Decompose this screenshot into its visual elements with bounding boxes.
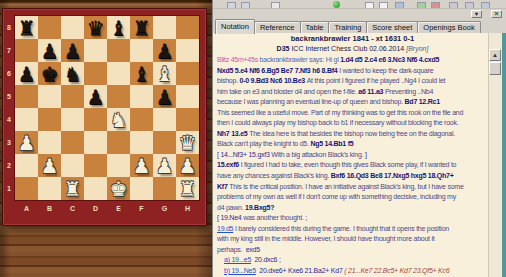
notation-line: Nh7 13.e5 The idea here is that besides … bbox=[217, 129, 488, 140]
black-rook: ♜ bbox=[130, 16, 153, 39]
notation-move[interactable]: ] bbox=[365, 151, 367, 158]
notation-line: have any chances against Black's king. B… bbox=[217, 171, 488, 182]
rank-label-1: 1 bbox=[3, 177, 15, 200]
toolbar-icon-fragment[interactable] bbox=[241, 2, 250, 9]
square-c6[interactable]: ♞ bbox=[61, 62, 84, 85]
notation-move[interactable]: ; bbox=[305, 214, 307, 221]
notation-line: Black can't play the knight to d5. Ng5 1… bbox=[217, 139, 488, 150]
notation-line: Blitz 45m+45s backrankbrawler says: Hi g… bbox=[217, 55, 488, 66]
variation-link[interactable]: a) 19...e5 bbox=[224, 256, 251, 263]
notation-text: This seemed like a useful move. Part of … bbox=[217, 109, 463, 116]
notation-text: bishop. bbox=[217, 77, 240, 84]
notation-move[interactable]: Ng5 14.Bb1 f5 bbox=[310, 140, 353, 147]
toolbar-icon-fragment[interactable] bbox=[431, 2, 440, 9]
notation-move[interactable]: 15.exf6 bbox=[217, 161, 241, 168]
engine-status-icon[interactable] bbox=[333, 1, 340, 8]
notation-move[interactable]: 0-0 9.Bd3 Nc6 10.Be3 bbox=[240, 77, 307, 84]
notation-content: backrankbrawler 1841 - xt 1631 0-1 D35 I… bbox=[213, 33, 506, 277]
square-d2[interactable] bbox=[84, 154, 107, 177]
toolbar-icon-fragment[interactable] bbox=[417, 2, 426, 9]
square-b3[interactable] bbox=[38, 131, 61, 154]
variation-link[interactable]: 19.d5 bbox=[217, 225, 233, 232]
black-pawn: ♟ bbox=[153, 85, 176, 108]
notation-line: b) 19...Ne5 20.dxe6+ Kxe6 21.Ba2+ Kd7 ( … bbox=[217, 266, 488, 277]
toolbar-icon-fragment[interactable] bbox=[481, 2, 490, 9]
square-a8[interactable]: ♜ bbox=[15, 16, 38, 39]
square-f3[interactable] bbox=[130, 131, 153, 154]
square-f1[interactable] bbox=[130, 177, 153, 200]
square-e4[interactable]: ♞ bbox=[107, 108, 130, 131]
notation-line: because I was planning an eventual line-… bbox=[217, 97, 488, 108]
black-rook: ♜ bbox=[15, 16, 38, 39]
chess-board: 87654321 ♜♛♝♜♟♟♟♟♚♞♝♝♟♟♞♟♛♟♟♟♟♜♚♜ ABCDEF… bbox=[3, 9, 206, 225]
notation-panel: ▼ ✕ NotationReferenceTableTrainingScore … bbox=[212, 0, 506, 277]
notation-line: perhaps. exd5 bbox=[217, 245, 488, 256]
square-a7[interactable] bbox=[15, 39, 38, 62]
notation-line: [ 14...Nf3+ 15.gxf3 With a big attackon … bbox=[217, 150, 488, 161]
square-b4[interactable] bbox=[38, 108, 61, 131]
notation-text: At this point I figured if he played ..N… bbox=[307, 77, 446, 84]
square-g1[interactable] bbox=[153, 177, 176, 200]
notation-move[interactable]: 20.dxc6 ; bbox=[251, 256, 281, 263]
toolbar-icon-fragment[interactable] bbox=[227, 2, 236, 9]
notation-text: with my king still in the middle. Howeve… bbox=[217, 235, 434, 242]
square-f5[interactable] bbox=[130, 85, 153, 108]
notation-text: Blitz 45m+45s bbox=[217, 56, 260, 63]
file-label-h: H bbox=[176, 200, 199, 218]
notation-text: then I could always play my bishop back … bbox=[217, 119, 458, 126]
square-e8[interactable]: ♝ bbox=[107, 16, 130, 39]
notation-move[interactable]: Bxf6 16.Qd3 Be8 17.Nxg5 hxg5 18.Qh7+ bbox=[331, 172, 454, 179]
file-label-a: A bbox=[15, 200, 38, 218]
black-bishop: ♝ bbox=[130, 62, 153, 85]
white-rook: ♜ bbox=[176, 177, 199, 200]
white-king: ♚ bbox=[107, 177, 130, 200]
notation-text: Black can't play the knight to d5. bbox=[217, 140, 310, 147]
square-e3[interactable] bbox=[107, 131, 130, 154]
notation-move[interactable]: 19.Bxg5? bbox=[245, 204, 274, 211]
square-g3[interactable] bbox=[153, 131, 176, 154]
notation-text: was another thought. bbox=[243, 214, 305, 221]
square-h6[interactable] bbox=[176, 62, 199, 85]
scrollbar-thumb[interactable] bbox=[489, 62, 501, 75]
square-b6[interactable]: ♚ bbox=[38, 62, 61, 85]
square-f4[interactable] bbox=[130, 108, 153, 131]
notation-move[interactable]: 1.d4 d5 2.c4 e6 3.Nc3 Nf6 4.cxd5 bbox=[340, 56, 439, 63]
square-c3[interactable] bbox=[61, 131, 84, 154]
notation-line: with my king still in the middle. Howeve… bbox=[217, 234, 488, 245]
square-f8[interactable]: ♜ bbox=[130, 16, 153, 39]
notation-line: 15.exf6 I figured I had to take, even th… bbox=[217, 160, 488, 171]
square-a5[interactable] bbox=[15, 85, 38, 108]
square-f7[interactable] bbox=[130, 39, 153, 62]
notation-text-area: backrankbrawler 1841 - xt 1631 0-1 D35 I… bbox=[217, 34, 488, 277]
notation-body: Blitz 45m+45s backrankbrawler says: Hi g… bbox=[217, 55, 488, 277]
square-e7[interactable] bbox=[107, 39, 130, 62]
file-label-b: B bbox=[38, 200, 61, 218]
file-label-e: E bbox=[107, 200, 130, 218]
square-a6[interactable]: ♟ bbox=[15, 62, 38, 85]
square-h7[interactable] bbox=[176, 39, 199, 62]
square-c4[interactable] bbox=[61, 108, 84, 131]
square-c8[interactable] bbox=[61, 16, 84, 39]
close-icon[interactable]: ✕ bbox=[491, 10, 502, 18]
rank-label-7: 7 bbox=[3, 39, 15, 62]
notation-line: problems of my own as well if I don't co… bbox=[217, 192, 488, 203]
notation-move[interactable]: exd5 bbox=[246, 246, 260, 253]
toolbar-icon-fragment[interactable] bbox=[449, 2, 458, 9]
white-bishop: ♝ bbox=[153, 62, 176, 85]
black-pawn: ♟ bbox=[153, 39, 176, 62]
rank-label-5: 5 bbox=[3, 85, 15, 108]
scroll-up-button[interactable]: ▲ bbox=[489, 49, 501, 61]
square-b1[interactable] bbox=[38, 177, 61, 200]
square-f2[interactable]: ♟ bbox=[130, 154, 153, 177]
rank-label-2: 2 bbox=[3, 154, 15, 177]
pane-titlebar: ▼ ✕ bbox=[213, 9, 506, 19]
notation-text: problems of my own as well if I don't co… bbox=[217, 193, 456, 200]
square-b7[interactable]: ♟ bbox=[38, 39, 61, 62]
square-e6[interactable] bbox=[107, 62, 130, 85]
square-h8[interactable] bbox=[176, 16, 199, 39]
notation-line: bishop. 0-0 9.Bd3 Nc6 10.Be3 At this poi… bbox=[217, 76, 488, 87]
annotator: [Bryon] bbox=[406, 45, 428, 52]
square-c1[interactable]: ♜ bbox=[61, 177, 84, 200]
notation-text: Preventing ..Nb4 bbox=[385, 88, 433, 95]
square-h4[interactable] bbox=[176, 108, 199, 131]
square-c5[interactable] bbox=[61, 85, 84, 108]
toolbar-icon-fragment[interactable] bbox=[465, 2, 474, 9]
square-d4[interactable] bbox=[84, 108, 107, 131]
notation-move[interactable]: Bd7 12.Rc1 bbox=[405, 98, 440, 105]
notation-text: have any chances against Black's king. bbox=[217, 172, 331, 179]
white-knight: ♞ bbox=[107, 108, 130, 131]
notation-text: I barely considered this during the game… bbox=[233, 225, 449, 232]
rank-label-6: 6 bbox=[3, 62, 15, 85]
square-b5[interactable] bbox=[38, 85, 61, 108]
notation-text: backrankbrawler says: Hi gl bbox=[260, 56, 341, 63]
notation-move[interactable]: Nxd5 5.e4 Nf6 6.Bg5 Be7 7.Nf3 h6 8.Bf4 bbox=[217, 67, 339, 74]
black-pawn: ♟ bbox=[38, 39, 61, 62]
black-knight: ♞ bbox=[61, 62, 84, 85]
white-pawn: ♟ bbox=[15, 131, 38, 154]
square-e1[interactable]: ♚ bbox=[107, 177, 130, 200]
game-title: backrankbrawler 1841 - xt 1631 0-1 bbox=[217, 34, 488, 44]
notation-line: [ 19.Ne4 was another thought. ; bbox=[217, 213, 488, 224]
rank-label-8: 8 bbox=[3, 16, 15, 39]
notation-text: I figured I had to take, even though thi… bbox=[241, 161, 457, 168]
tab-notation[interactable]: Notation bbox=[215, 19, 255, 34]
square-d8[interactable]: ♛ bbox=[84, 16, 107, 39]
rank-label-4: 4 bbox=[3, 108, 15, 131]
board-panel: 87654321 ♜♛♝♜♟♟♟♟♚♞♝♝♟♟♞♟♛♟♟♟♟♜♚♜ ABCDEF… bbox=[0, 0, 212, 277]
square-d1[interactable] bbox=[84, 177, 107, 200]
square-h3[interactable]: ♛ bbox=[176, 131, 199, 154]
scrollbar[interactable]: ▲ bbox=[488, 33, 502, 277]
toolbar-icon-fragment[interactable] bbox=[271, 2, 280, 9]
square-h1[interactable]: ♜ bbox=[176, 177, 199, 200]
notation-line: him take on e3 and bloster d4 and open t… bbox=[217, 87, 488, 98]
square-h2[interactable]: ♟ bbox=[176, 154, 199, 177]
notation-text: perhaps. bbox=[217, 246, 246, 253]
notation-move[interactable]: [ 14...Nf3+ 15.gxf3 bbox=[217, 151, 271, 158]
square-g2[interactable]: ♟ bbox=[153, 154, 176, 177]
notation-line: 19.d5 I barely considered this during th… bbox=[217, 224, 488, 235]
square-e5[interactable] bbox=[107, 85, 130, 108]
black-pawn: ♟ bbox=[15, 62, 38, 85]
variation-link[interactable]: b) 19...Ne5 bbox=[224, 267, 256, 274]
notation-text: This is the critical position. I have an… bbox=[229, 183, 463, 190]
black-pawn: ♟ bbox=[61, 39, 84, 62]
notation-move[interactable]: 20.dxe6+ Kxe6 21.Ba2+ Kd7 bbox=[256, 267, 344, 274]
notation-text: I wanted to keep the dark-square bbox=[339, 67, 433, 74]
file-label-c: C bbox=[61, 200, 84, 218]
square-g7[interactable]: ♟ bbox=[153, 39, 176, 62]
game-subtitle: D35 ICC Internet Chess Club 02.06.2014 [… bbox=[217, 44, 488, 53]
rank-labels: 87654321 bbox=[3, 16, 15, 200]
toolbar-fragment bbox=[213, 0, 506, 9]
notation-line: d4 pawn. 19.Bxg5? bbox=[217, 203, 488, 214]
square-d5[interactable]: ♟ bbox=[84, 85, 107, 108]
notation-move[interactable]: Nh7 13.e5 bbox=[217, 130, 249, 137]
notation-text: d4 pawn. bbox=[217, 204, 245, 211]
white-rook: ♜ bbox=[61, 177, 84, 200]
white-pawn: ♟ bbox=[176, 154, 199, 177]
notation-text: With a big attackon Black's king. bbox=[271, 151, 365, 158]
notation-move[interactable]: Kf7 bbox=[217, 183, 229, 190]
square-g8[interactable] bbox=[153, 16, 176, 39]
eco-code: D35 bbox=[277, 45, 292, 52]
square-f6[interactable]: ♝ bbox=[130, 62, 153, 85]
square-d6[interactable] bbox=[84, 62, 107, 85]
square-h5[interactable] bbox=[176, 85, 199, 108]
notation-move[interactable]: [ 19.Ne4 bbox=[217, 214, 243, 221]
file-label-d: D bbox=[84, 200, 107, 218]
white-pawn: ♟ bbox=[38, 154, 61, 177]
board-grid: ♜♛♝♜♟♟♟♟♚♞♝♝♟♟♞♟♛♟♟♟♟♜♚♜ bbox=[15, 16, 199, 200]
square-a4[interactable] bbox=[15, 108, 38, 131]
square-b8[interactable] bbox=[38, 16, 61, 39]
dropdown-button[interactable]: ▼ bbox=[471, 10, 482, 18]
square-g5[interactable]: ♟ bbox=[153, 85, 176, 108]
event-text: ICC Internet Chess Club 02.06.2014 bbox=[291, 45, 406, 52]
toolbar-icon-fragment[interactable] bbox=[379, 2, 388, 9]
square-e2[interactable] bbox=[107, 154, 130, 177]
black-queen: ♛ bbox=[84, 16, 107, 39]
notation-line: a) 19...e5 20.dxc6 ; bbox=[217, 255, 488, 266]
square-a1[interactable] bbox=[15, 177, 38, 200]
notation-text: The idea here is that besides the bishop… bbox=[249, 130, 455, 137]
chess-program-window: 87654321 ♜♛♝♜♟♟♟♟♚♞♝♝♟♟♞♟♛♟♟♟♟♜♚♜ ABCDEF… bbox=[0, 0, 506, 277]
square-a3[interactable]: ♟ bbox=[15, 131, 38, 154]
white-pawn: ♟ bbox=[153, 154, 176, 177]
file-label-g: G bbox=[153, 200, 176, 218]
file-labels: ABCDEFGH bbox=[15, 200, 199, 218]
square-a2[interactable] bbox=[15, 154, 38, 177]
white-pawn: ♟ bbox=[130, 154, 153, 177]
notation-line: This seemed like a useful move. Part of … bbox=[217, 108, 488, 119]
square-b2[interactable]: ♟ bbox=[38, 154, 61, 177]
black-bishop: ♝ bbox=[107, 16, 130, 39]
notation-line: Nxd5 5.e4 Nf6 6.Bg5 Be7 7.Nf3 h6 8.Bf4 I… bbox=[217, 66, 488, 77]
square-d7[interactable] bbox=[84, 39, 107, 62]
toolbar-icon-fragment[interactable] bbox=[395, 2, 404, 9]
square-g6[interactable]: ♝ bbox=[153, 62, 176, 85]
notation-text: him take on e3 and bloster d4 and open t… bbox=[217, 88, 358, 95]
white-queen: ♛ bbox=[176, 131, 199, 154]
notation-move[interactable]: a6 11.a3 bbox=[358, 88, 385, 95]
rank-label-3: 3 bbox=[3, 131, 15, 154]
window-edge bbox=[502, 33, 506, 277]
square-d3[interactable] bbox=[84, 131, 107, 154]
square-c2[interactable] bbox=[61, 154, 84, 177]
black-pawn: ♟ bbox=[84, 85, 107, 108]
notation-line: Kf7 This is the critical position. I hav… bbox=[217, 182, 488, 193]
toolbar-icon-fragment[interactable] bbox=[365, 2, 374, 9]
file-label-f: F bbox=[130, 200, 153, 218]
square-g4[interactable] bbox=[153, 108, 176, 131]
notation-line: then I could always play my bishop back … bbox=[217, 118, 488, 129]
square-c7[interactable]: ♟ bbox=[61, 39, 84, 62]
notation-move[interactable]: ( 21...Ke7 22.Bc5+ Kd7 23.Qf5+ Kc6 bbox=[344, 267, 449, 274]
black-king: ♚ bbox=[38, 62, 61, 85]
notation-text: because I was planning an eventual line-… bbox=[217, 98, 405, 105]
